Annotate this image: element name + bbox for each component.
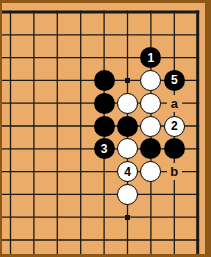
frame-top: [0, 0, 211, 3]
frame-left: [0, 0, 2, 257]
go-board-diagram: 15324ab: [0, 0, 211, 257]
white-stone: [140, 116, 161, 137]
black-stone: [94, 116, 115, 137]
white-stone: [140, 93, 161, 114]
white-stone: [117, 93, 138, 114]
point-label-b: b: [167, 163, 182, 180]
black-stone: [94, 93, 115, 114]
black-stone: [117, 116, 138, 137]
white-stone-move-4: 4: [117, 161, 138, 182]
black-stone: [94, 70, 115, 91]
black-stone: [164, 138, 185, 159]
white-stone-move-2: 2: [164, 116, 185, 137]
hoshi-star-point: [125, 78, 130, 83]
hoshi-star-point: [125, 215, 130, 220]
frame-right: [205, 0, 211, 257]
black-stone-move-3: 3: [94, 138, 115, 159]
white-stone: [117, 184, 138, 205]
point-label-a: a: [167, 95, 182, 112]
black-stone-move-5: 5: [164, 70, 185, 91]
